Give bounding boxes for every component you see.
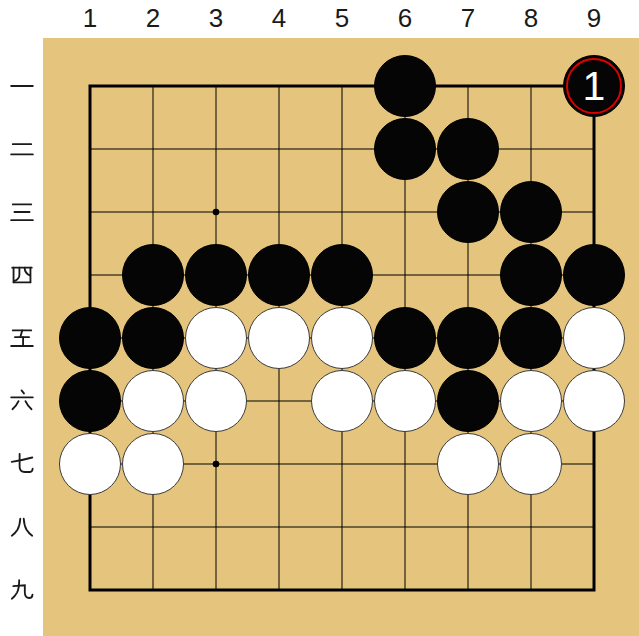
kanji-numeral-icon [9,199,35,225]
board-intersection[interactable] [311,307,374,370]
board-intersection[interactable] [563,370,626,433]
black-stone [437,181,499,243]
board-intersection[interactable] [248,496,311,559]
board-intersection[interactable] [563,433,626,496]
board-intersection[interactable] [437,559,500,622]
column-label: 3 [209,3,223,34]
board-intersection[interactable] [437,496,500,559]
board-intersection[interactable] [563,307,626,370]
kanji-numeral-icon [9,577,35,603]
column-label: 4 [272,3,286,34]
board-intersection[interactable] [59,118,122,181]
board-intersection[interactable] [122,55,185,118]
board-intersection[interactable] [311,370,374,433]
board-intersection[interactable] [500,496,563,559]
column-label: 2 [146,3,160,34]
board-intersection[interactable] [374,559,437,622]
board-intersection[interactable] [248,55,311,118]
kanji-numeral-icon [9,136,35,162]
kanji-numeral-icon [9,262,35,288]
column-labels: 123456789 [59,0,626,37]
white-stone [437,433,499,495]
row-label [9,577,35,603]
white-stone [122,370,184,432]
black-stone [374,307,436,369]
row-labels [0,55,43,622]
board-intersection[interactable] [122,118,185,181]
board-intersection[interactable] [500,307,563,370]
board-intersection[interactable] [248,181,311,244]
board-intersection[interactable] [437,433,500,496]
black-stone [437,307,499,369]
board-intersection[interactable] [374,433,437,496]
board-intersection[interactable] [374,370,437,433]
black-stone [500,244,562,306]
column-label: 1 [83,3,97,34]
black-stone [59,307,121,369]
black-stone [311,244,373,306]
board-intersection[interactable] [374,118,437,181]
black-stone [374,118,436,180]
board-intersection[interactable] [59,244,122,307]
board-intersection[interactable] [437,307,500,370]
board-intersection[interactable] [500,559,563,622]
board-intersection[interactable] [185,307,248,370]
row-label [9,136,35,162]
black-stone [122,244,184,306]
board-intersection[interactable] [185,118,248,181]
board-intersection[interactable] [311,496,374,559]
row-label [9,451,35,477]
black-stone [500,181,562,243]
column-label: 6 [398,3,412,34]
row-label [9,514,35,540]
column-label: 8 [524,3,538,34]
black-stone [563,244,625,306]
kanji-numeral-icon [9,388,35,414]
board-intersection[interactable] [122,370,185,433]
board-intersection[interactable] [122,559,185,622]
board-intersection[interactable] [248,118,311,181]
board-intersection[interactable] [500,118,563,181]
board-intersection[interactable] [59,559,122,622]
black-stone [437,370,499,432]
board-intersection[interactable] [59,433,122,496]
board-intersection[interactable] [185,496,248,559]
black-stone [122,307,184,369]
board-intersection[interactable] [311,55,374,118]
black-stone [185,244,247,306]
row-label [9,199,35,225]
board-intersection[interactable] [500,433,563,496]
row-label [9,73,35,99]
white-stone [59,433,121,495]
board-intersection[interactable] [437,118,500,181]
white-stone [563,370,625,432]
board-intersection[interactable] [374,307,437,370]
board-intersection[interactable] [248,244,311,307]
board-intersection[interactable] [59,55,122,118]
white-stone [311,370,373,432]
board-intersection[interactable] [311,244,374,307]
white-stone [500,370,562,432]
black-stone [500,307,562,369]
board-intersection[interactable] [185,55,248,118]
row-label [9,388,35,414]
white-stone [122,433,184,495]
board-intersection[interactable] [185,559,248,622]
board-intersection[interactable] [374,244,437,307]
board-intersection[interactable] [311,559,374,622]
board-intersection[interactable] [500,370,563,433]
white-stone [563,307,625,369]
board-intersection[interactable] [311,433,374,496]
black-stone [437,118,499,180]
black-stone [374,55,436,117]
board-intersection[interactable] [122,433,185,496]
white-stone [248,307,310,369]
board-intersection[interactable] [59,496,122,559]
board-intersection[interactable] [59,370,122,433]
board-intersection[interactable] [122,244,185,307]
board-intersection[interactable] [437,55,500,118]
board-intersection[interactable] [185,181,248,244]
column-label: 5 [335,3,349,34]
board-intersection[interactable] [59,181,122,244]
white-stone [500,433,562,495]
board-intersection[interactable] [437,244,500,307]
board-intersection[interactable] [311,118,374,181]
board-intersection[interactable] [563,496,626,559]
row-label [9,325,35,351]
board-intersection[interactable] [248,307,311,370]
board-intersection[interactable] [500,181,563,244]
board-intersection[interactable]: 1 [563,55,626,118]
board-intersection[interactable] [437,370,500,433]
board-intersection[interactable] [563,559,626,622]
board-intersection[interactable] [500,55,563,118]
row-label [9,262,35,288]
board-intersection[interactable] [374,55,437,118]
board-intersection[interactable] [563,244,626,307]
white-stone [374,370,436,432]
move-1-stone: 1 [563,55,625,117]
board-intersection[interactable] [185,244,248,307]
stones-grid: 1 [59,55,626,622]
board-intersection[interactable] [248,370,311,433]
board-intersection[interactable] [500,244,563,307]
white-stone [311,307,373,369]
go-diagram: 123456789 1 [0,0,639,636]
board-intersection[interactable] [248,433,311,496]
kanji-numeral-icon [9,514,35,540]
board-intersection[interactable] [248,559,311,622]
board-intersection[interactable] [122,307,185,370]
board-intersection[interactable] [122,496,185,559]
board-intersection[interactable] [374,496,437,559]
board-intersection[interactable] [59,307,122,370]
board-intersection[interactable] [122,181,185,244]
board-intersection[interactable] [563,118,626,181]
board-intersection[interactable] [185,370,248,433]
white-stone [185,307,247,369]
kanji-numeral-icon [9,325,35,351]
column-label: 7 [461,3,475,34]
kanji-numeral-icon [9,73,35,99]
white-stone [185,370,247,432]
column-label: 9 [587,3,601,34]
board-intersection[interactable] [311,181,374,244]
board-intersection[interactable] [563,181,626,244]
black-stone [59,370,121,432]
go-board: 1 [43,38,639,636]
black-stone [248,244,310,306]
board-intersection[interactable] [437,181,500,244]
board-intersection[interactable] [374,181,437,244]
board-intersection[interactable] [185,433,248,496]
move-number-label: 1 [564,56,624,116]
kanji-numeral-icon [9,451,35,477]
